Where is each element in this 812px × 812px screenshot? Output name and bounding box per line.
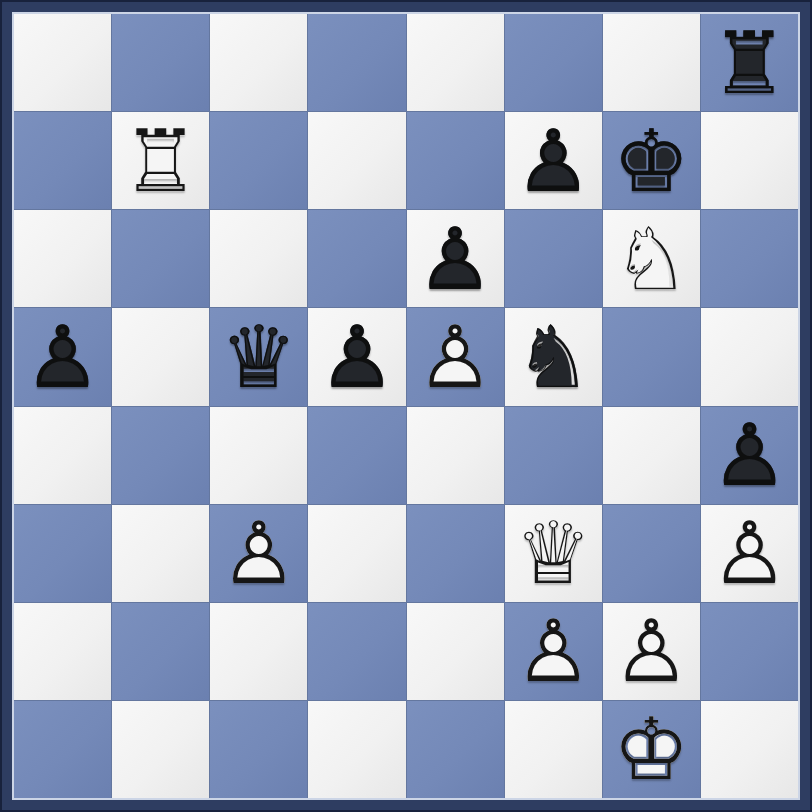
square-h5[interactable] (701, 308, 798, 405)
square-e8[interactable] (407, 14, 504, 111)
square-e7[interactable] (407, 112, 504, 209)
square-a5[interactable]: ♟♙ (14, 308, 111, 405)
square-d4[interactable] (308, 407, 405, 504)
black-pawn-piece[interactable]: ♟♙ (701, 407, 798, 504)
white-pawn-glyph-outline: ♙ (603, 603, 700, 700)
black-pawn-piece[interactable]: ♟♙ (308, 308, 405, 405)
square-c3[interactable]: ♟♙ (210, 505, 307, 602)
square-d8[interactable] (308, 14, 405, 111)
square-g7[interactable]: ♚♔ (603, 112, 700, 209)
black-pawn-piece[interactable]: ♟♙ (14, 308, 111, 405)
white-pawn-glyph-outline: ♙ (407, 308, 504, 405)
square-d3[interactable] (308, 505, 405, 602)
square-g8[interactable] (603, 14, 700, 111)
black-rook-glyph-outline: ♖ (701, 14, 798, 111)
black-knight-piece[interactable]: ♞♘ (505, 308, 602, 405)
square-d6[interactable] (308, 210, 405, 307)
square-h6[interactable] (701, 210, 798, 307)
square-b1[interactable] (112, 701, 209, 798)
square-f7[interactable]: ♟♙ (505, 112, 602, 209)
white-pawn-glyph-outline: ♙ (505, 603, 602, 700)
square-f1[interactable] (505, 701, 602, 798)
square-g4[interactable] (603, 407, 700, 504)
square-h2[interactable] (701, 603, 798, 700)
white-pawn-piece[interactable]: ♟♙ (407, 308, 504, 405)
white-knight-glyph-outline: ♘ (603, 210, 700, 307)
square-a6[interactable] (14, 210, 111, 307)
square-f2[interactable]: ♟♙ (505, 603, 602, 700)
square-b2[interactable] (112, 603, 209, 700)
square-g2[interactable]: ♟♙ (603, 603, 700, 700)
square-b4[interactable] (112, 407, 209, 504)
square-c8[interactable] (210, 14, 307, 111)
square-a7[interactable] (14, 112, 111, 209)
white-king-piece[interactable]: ♚♔ (603, 701, 700, 798)
square-c1[interactable] (210, 701, 307, 798)
black-pawn-glyph-outline: ♙ (505, 112, 602, 209)
square-g6[interactable]: ♞♘ (603, 210, 700, 307)
white-pawn-piece[interactable]: ♟♙ (505, 603, 602, 700)
square-b7[interactable]: ♜♖ (112, 112, 209, 209)
square-h8[interactable]: ♜♖ (701, 14, 798, 111)
white-rook-piece[interactable]: ♜♖ (112, 112, 209, 209)
white-pawn-piece[interactable]: ♟♙ (603, 603, 700, 700)
square-d5[interactable]: ♟♙ (308, 308, 405, 405)
black-queen-glyph-outline: ♕ (210, 308, 307, 405)
white-knight-piece[interactable]: ♞♘ (603, 210, 700, 307)
white-king-glyph-outline: ♔ (603, 701, 700, 798)
square-e3[interactable] (407, 505, 504, 602)
board-frame: ♜♖♜♖♟♙♚♔♟♙♞♘♟♙♛♕♟♙♟♙♞♘♟♙♟♙♛♕♟♙♟♙♟♙♚♔ (0, 0, 812, 812)
black-knight-glyph-outline: ♘ (505, 308, 602, 405)
square-d2[interactable] (308, 603, 405, 700)
chess-board: ♜♖♜♖♟♙♚♔♟♙♞♘♟♙♛♕♟♙♟♙♞♘♟♙♟♙♛♕♟♙♟♙♟♙♚♔ (14, 14, 798, 798)
square-g1[interactable]: ♚♔ (603, 701, 700, 798)
square-a1[interactable] (14, 701, 111, 798)
square-f8[interactable] (505, 14, 602, 111)
square-g5[interactable] (603, 308, 700, 405)
square-f5[interactable]: ♞♘ (505, 308, 602, 405)
square-c6[interactable] (210, 210, 307, 307)
square-b5[interactable] (112, 308, 209, 405)
square-d7[interactable] (308, 112, 405, 209)
square-e1[interactable] (407, 701, 504, 798)
square-d1[interactable] (308, 701, 405, 798)
square-e4[interactable] (407, 407, 504, 504)
white-pawn-glyph-outline: ♙ (701, 505, 798, 602)
black-rook-piece[interactable]: ♜♖ (701, 14, 798, 111)
square-c7[interactable] (210, 112, 307, 209)
square-e2[interactable] (407, 603, 504, 700)
black-pawn-piece[interactable]: ♟♙ (407, 210, 504, 307)
square-g3[interactable] (603, 505, 700, 602)
square-a8[interactable] (14, 14, 111, 111)
square-h3[interactable]: ♟♙ (701, 505, 798, 602)
square-a3[interactable] (14, 505, 111, 602)
square-c5[interactable]: ♛♕ (210, 308, 307, 405)
black-king-piece[interactable]: ♚♔ (603, 112, 700, 209)
square-b8[interactable] (112, 14, 209, 111)
white-rook-glyph-outline: ♖ (112, 112, 209, 209)
square-h4[interactable]: ♟♙ (701, 407, 798, 504)
square-e5[interactable]: ♟♙ (407, 308, 504, 405)
white-pawn-piece[interactable]: ♟♙ (701, 505, 798, 602)
square-e6[interactable]: ♟♙ (407, 210, 504, 307)
square-f3[interactable]: ♛♕ (505, 505, 602, 602)
black-king-glyph-outline: ♔ (603, 112, 700, 209)
square-b6[interactable] (112, 210, 209, 307)
square-f6[interactable] (505, 210, 602, 307)
black-queen-piece[interactable]: ♛♕ (210, 308, 307, 405)
white-pawn-piece[interactable]: ♟♙ (210, 505, 307, 602)
square-a2[interactable] (14, 603, 111, 700)
white-queen-glyph-outline: ♕ (505, 505, 602, 602)
black-pawn-piece[interactable]: ♟♙ (505, 112, 602, 209)
black-pawn-glyph-outline: ♙ (308, 308, 405, 405)
square-h1[interactable] (701, 701, 798, 798)
square-h7[interactable] (701, 112, 798, 209)
board-inner-border: ♜♖♜♖♟♙♚♔♟♙♞♘♟♙♛♕♟♙♟♙♞♘♟♙♟♙♛♕♟♙♟♙♟♙♚♔ (12, 12, 800, 800)
square-f4[interactable] (505, 407, 602, 504)
square-c4[interactable] (210, 407, 307, 504)
white-queen-piece[interactable]: ♛♕ (505, 505, 602, 602)
black-pawn-glyph-outline: ♙ (14, 308, 111, 405)
square-c2[interactable] (210, 603, 307, 700)
square-a4[interactable] (14, 407, 111, 504)
black-pawn-glyph-outline: ♙ (407, 210, 504, 307)
white-pawn-glyph-outline: ♙ (210, 505, 307, 602)
black-pawn-glyph-outline: ♙ (701, 407, 798, 504)
square-b3[interactable] (112, 505, 209, 602)
